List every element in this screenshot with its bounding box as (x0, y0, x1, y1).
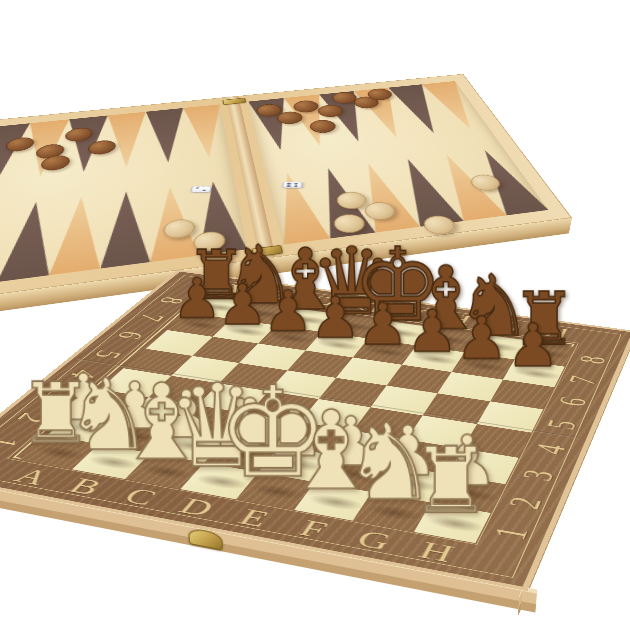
piece-white-rook-h1: ♜ (387, 434, 515, 525)
point-left-top-6 (183, 104, 229, 160)
checker-light-right-1 (334, 191, 370, 211)
die-pip (287, 183, 291, 184)
checker-light-right-2 (362, 200, 399, 221)
die-pip (287, 184, 291, 185)
die-pip (196, 187, 200, 188)
chess-clasp-icon (189, 527, 224, 551)
point-left-bot-4 (100, 189, 150, 268)
point-left-top-1 (0, 123, 30, 184)
point-right-bot-3 (348, 161, 419, 232)
point-left-top-5 (146, 108, 189, 165)
piece-black-pawn-h7: ♟ (480, 315, 585, 374)
point-right-top-6 (422, 81, 488, 131)
product-photo-scene: AABBCCDDEEFFGGHH8877665544332211♜♞♝♛♚♝♞♜… (0, 0, 630, 630)
die-pip (294, 183, 298, 184)
chess-board: AABBCCDDEEFFGGHH8877665544332211♜♞♝♛♚♝♞♜… (0, 270, 630, 591)
point-right-bot-2 (308, 166, 375, 239)
die-pip (293, 186, 297, 187)
die-2-showing-6 (282, 182, 302, 188)
point-left-bot-2 (0, 199, 59, 282)
point-left-bot-3 (49, 194, 103, 275)
point-left-bot-1 (0, 205, 13, 289)
die-pip (293, 184, 297, 185)
die-pip (287, 186, 291, 187)
die-pip (203, 190, 207, 191)
point-right-bot-6 (466, 148, 548, 215)
die-1-showing-2 (191, 186, 212, 192)
checker-light-right-4 (467, 173, 504, 192)
chess-board-face: AABBCCDDEEFFGGHH8877665544332211♜♞♝♛♚♝♞♜… (0, 270, 630, 591)
